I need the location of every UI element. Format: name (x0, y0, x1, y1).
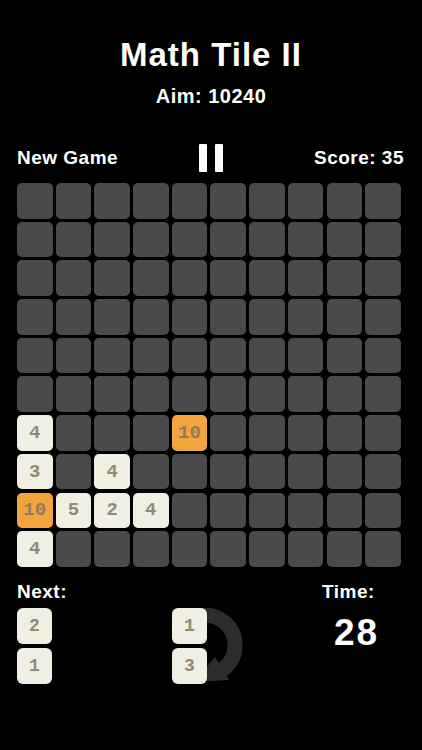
grid-cell[interactable] (365, 338, 401, 374)
current-piece-tile[interactable]: 1 (172, 608, 207, 644)
pause-icon (215, 144, 223, 172)
next-queue: 21 (17, 608, 52, 684)
grid-cell[interactable] (94, 260, 130, 296)
pause-button[interactable] (198, 143, 224, 173)
grid-cell[interactable] (56, 531, 92, 567)
grid-cell[interactable] (56, 183, 92, 219)
grid-cell[interactable] (327, 260, 363, 296)
grid-cell[interactable] (94, 222, 130, 258)
time-label: Time: (322, 581, 375, 603)
grid-cell[interactable] (365, 222, 401, 258)
grid-cell[interactable] (172, 493, 208, 529)
tile[interactable]: 4 (94, 454, 130, 490)
grid-cell[interactable] (133, 299, 169, 335)
grid-cell[interactable] (288, 531, 324, 567)
grid-cell[interactable] (17, 338, 53, 374)
grid-cell[interactable] (288, 260, 324, 296)
tile[interactable]: 4 (17, 531, 53, 567)
grid-cell[interactable] (94, 183, 130, 219)
game-title: Math Tile II (0, 36, 422, 74)
board: 41034105244 (17, 183, 401, 567)
grid-cell[interactable] (210, 531, 246, 567)
grid-cell[interactable] (133, 183, 169, 219)
grid-cell[interactable] (94, 415, 130, 451)
grid-cell[interactable] (56, 299, 92, 335)
grid-cell[interactable] (365, 299, 401, 335)
tile[interactable]: 5 (56, 493, 92, 529)
grid-cell[interactable] (133, 415, 169, 451)
grid-cell[interactable] (17, 376, 53, 412)
grid-cell[interactable] (327, 415, 363, 451)
grid-cell[interactable] (210, 299, 246, 335)
grid-cell[interactable] (249, 338, 285, 374)
grid-cell[interactable] (56, 415, 92, 451)
grid-cell[interactable] (288, 222, 324, 258)
tile[interactable]: 10 (17, 493, 53, 529)
grid-cell[interactable] (365, 531, 401, 567)
grid-cell[interactable] (172, 260, 208, 296)
grid-cell[interactable] (210, 454, 246, 490)
grid-cell[interactable] (327, 493, 363, 529)
grid-cell[interactable] (327, 299, 363, 335)
grid-cell[interactable] (17, 260, 53, 296)
tile[interactable]: 10 (172, 415, 208, 451)
next-queue-tile: 2 (17, 608, 52, 644)
grid-cell[interactable] (172, 299, 208, 335)
time-value: 28 (334, 612, 379, 654)
grid-cell[interactable] (133, 260, 169, 296)
grid-cell[interactable] (56, 338, 92, 374)
grid-cell[interactable] (365, 415, 401, 451)
next-queue-tile: 1 (17, 648, 52, 684)
grid-cell[interactable] (172, 222, 208, 258)
grid-cell[interactable] (133, 376, 169, 412)
grid-cell[interactable] (94, 376, 130, 412)
tile[interactable]: 4 (133, 493, 169, 529)
grid-cell[interactable] (94, 338, 130, 374)
grid-cell[interactable] (172, 338, 208, 374)
game-screen: Math Tile II Aim: 10240 New Game Score: … (0, 0, 422, 750)
grid-cell[interactable] (327, 376, 363, 412)
grid-cell[interactable] (133, 222, 169, 258)
grid-cell[interactable] (365, 260, 401, 296)
grid-cell[interactable] (17, 222, 53, 258)
new-game-button[interactable]: New Game (17, 147, 118, 169)
grid-cell[interactable] (249, 183, 285, 219)
current-piece[interactable]: 13 (172, 608, 207, 684)
grid-cell[interactable] (94, 531, 130, 567)
grid-cell[interactable] (327, 222, 363, 258)
grid-cell[interactable] (133, 454, 169, 490)
grid-cell[interactable] (365, 376, 401, 412)
grid-cell[interactable] (249, 260, 285, 296)
grid-cell[interactable] (172, 531, 208, 567)
grid-cell[interactable] (288, 376, 324, 412)
grid-cell[interactable] (365, 454, 401, 490)
grid-cell[interactable] (133, 338, 169, 374)
aim-label: Aim: 10240 (0, 85, 422, 108)
grid-cell[interactable] (327, 338, 363, 374)
grid-cell[interactable] (56, 376, 92, 412)
toolbar: New Game Score: 35 (17, 143, 404, 173)
grid-cell[interactable] (172, 376, 208, 412)
grid-cell[interactable] (94, 299, 130, 335)
grid-cell[interactable] (17, 299, 53, 335)
grid-cell[interactable] (56, 222, 92, 258)
tile[interactable]: 4 (17, 415, 53, 451)
tile[interactable]: 2 (94, 493, 130, 529)
grid-cell[interactable] (365, 183, 401, 219)
grid-cell[interactable] (327, 531, 363, 567)
score-label: Score: 35 (314, 147, 404, 169)
grid-cell[interactable] (210, 183, 246, 219)
grid-cell[interactable] (133, 531, 169, 567)
grid-cell[interactable] (249, 531, 285, 567)
grid-cell[interactable] (172, 454, 208, 490)
grid-cell[interactable] (249, 222, 285, 258)
grid-cell[interactable] (288, 454, 324, 490)
grid-cell[interactable] (327, 183, 363, 219)
grid-cell[interactable] (210, 222, 246, 258)
next-label: Next: (17, 581, 67, 603)
grid-cell[interactable] (210, 260, 246, 296)
grid-cell[interactable] (288, 299, 324, 335)
pause-icon (199, 144, 207, 172)
grid-cell[interactable] (56, 260, 92, 296)
grid-cell[interactable] (288, 338, 324, 374)
grid-cell[interactable] (249, 299, 285, 335)
grid-cell[interactable] (249, 493, 285, 529)
grid-cell[interactable] (56, 454, 92, 490)
grid-cell[interactable] (210, 376, 246, 412)
current-piece-tile[interactable]: 3 (172, 648, 207, 684)
grid-cell[interactable] (17, 183, 53, 219)
grid-cell[interactable] (210, 415, 246, 451)
grid-cell[interactable] (172, 183, 208, 219)
grid-cell[interactable] (288, 493, 324, 529)
grid-cell[interactable] (365, 493, 401, 529)
grid-cell[interactable] (327, 454, 363, 490)
grid-cell[interactable] (210, 338, 246, 374)
grid-cell[interactable] (210, 493, 246, 529)
grid-cell[interactable] (249, 376, 285, 412)
grid-cell[interactable] (249, 454, 285, 490)
grid-cell[interactable] (249, 415, 285, 451)
tile[interactable]: 3 (17, 454, 53, 490)
grid-cell[interactable] (288, 415, 324, 451)
grid-cell[interactable] (288, 183, 324, 219)
